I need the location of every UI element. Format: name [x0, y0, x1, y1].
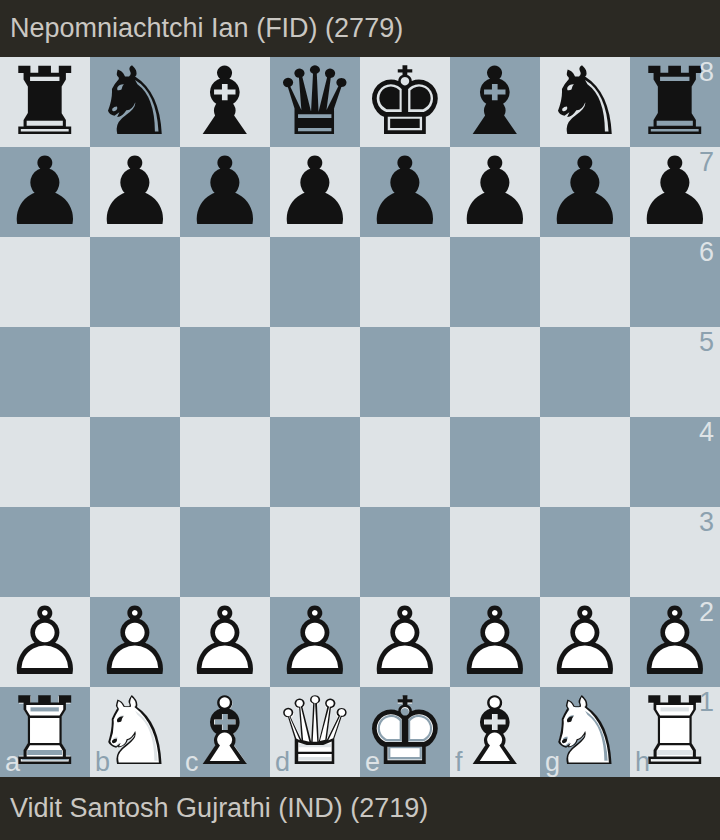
square-c8[interactable]: ♝ [180, 57, 270, 147]
square-b4[interactable] [90, 417, 180, 507]
piece-black-knight: ♞ [90, 57, 180, 147]
square-d8[interactable]: ♛ [270, 57, 360, 147]
rank-label-2: 2 [699, 599, 714, 626]
square-f3[interactable] [450, 507, 540, 597]
square-e2[interactable]: ♟♙ [360, 597, 450, 687]
square-e8[interactable]: ♚ [360, 57, 450, 147]
square-b1[interactable]: ♞♘b [90, 687, 180, 777]
piece-black-pawn: ♟ [360, 147, 450, 237]
square-a8[interactable]: ♜ [0, 57, 90, 147]
square-a2[interactable]: ♟♙ [0, 597, 90, 687]
player-top-label: Nepomniachtchi Ian (FID) (2779) [0, 13, 403, 44]
piece-white-bishop: ♝♗ [450, 687, 540, 777]
square-g2[interactable]: ♟♙ [540, 597, 630, 687]
square-g6[interactable] [540, 237, 630, 327]
square-a1[interactable]: ♜♖a [0, 687, 90, 777]
square-h3[interactable]: 3 [630, 507, 720, 597]
square-c3[interactable] [180, 507, 270, 597]
piece-black-pawn: ♟ [450, 147, 540, 237]
square-h2[interactable]: ♟♙2 [630, 597, 720, 687]
rank-label-6: 6 [699, 239, 714, 266]
square-f6[interactable] [450, 237, 540, 327]
square-h6[interactable]: 6 [630, 237, 720, 327]
square-e1[interactable]: ♚♔e [360, 687, 450, 777]
piece-white-pawn: ♟♙ [540, 597, 630, 687]
square-f1[interactable]: ♝♗f [450, 687, 540, 777]
chess-board: ♜♞♝♛♚♝♞♜8♟♟♟♟♟♟♟♟76543♟♙♟♙♟♙♟♙♟♙♟♙♟♙♟♙2♜… [0, 57, 720, 777]
square-d4[interactable] [270, 417, 360, 507]
square-c4[interactable] [180, 417, 270, 507]
rank-label-8: 8 [699, 59, 714, 86]
piece-black-knight: ♞ [540, 57, 630, 147]
file-label-e: e [365, 749, 380, 776]
square-f5[interactable] [450, 327, 540, 417]
square-b2[interactable]: ♟♙ [90, 597, 180, 687]
square-f7[interactable]: ♟ [450, 147, 540, 237]
square-g1[interactable]: ♞♘g [540, 687, 630, 777]
square-d7[interactable]: ♟ [270, 147, 360, 237]
piece-black-pawn: ♟ [540, 147, 630, 237]
rank-label-4: 4 [699, 419, 714, 446]
square-h1[interactable]: ♜♖1h [630, 687, 720, 777]
rank-label-5: 5 [699, 329, 714, 356]
square-b6[interactable] [90, 237, 180, 327]
piece-black-pawn: ♟ [180, 147, 270, 237]
piece-black-queen: ♛ [270, 57, 360, 147]
square-e3[interactable] [360, 507, 450, 597]
chess-tv-app: Nepomniachtchi Ian (FID) (2779) ♜♞♝♛♚♝♞♜… [0, 0, 720, 840]
piece-black-bishop: ♝ [180, 57, 270, 147]
file-label-c: c [185, 749, 199, 776]
square-b5[interactable] [90, 327, 180, 417]
square-a7[interactable]: ♟ [0, 147, 90, 237]
square-h8[interactable]: ♜8 [630, 57, 720, 147]
square-f4[interactable] [450, 417, 540, 507]
square-f2[interactable]: ♟♙ [450, 597, 540, 687]
square-g7[interactable]: ♟ [540, 147, 630, 237]
square-d5[interactable] [270, 327, 360, 417]
square-e4[interactable] [360, 417, 450, 507]
rank-label-1: 1 [699, 689, 714, 716]
square-c7[interactable]: ♟ [180, 147, 270, 237]
file-label-h: h [635, 749, 650, 776]
square-d3[interactable] [270, 507, 360, 597]
square-c5[interactable] [180, 327, 270, 417]
square-h7[interactable]: ♟7 [630, 147, 720, 237]
rank-label-3: 3 [699, 509, 714, 536]
file-label-b: b [95, 749, 110, 776]
square-d6[interactable] [270, 237, 360, 327]
square-b3[interactable] [90, 507, 180, 597]
file-label-a: a [5, 749, 20, 776]
player-bar-bottom: Vidit Santosh Gujrathi (IND) (2719) [0, 777, 720, 840]
piece-white-pawn: ♟♙ [270, 597, 360, 687]
square-e6[interactable] [360, 237, 450, 327]
square-b8[interactable]: ♞ [90, 57, 180, 147]
square-c6[interactable] [180, 237, 270, 327]
player-bottom-label: Vidit Santosh Gujrathi (IND) (2719) [0, 793, 428, 824]
square-h5[interactable]: 5 [630, 327, 720, 417]
square-g5[interactable] [540, 327, 630, 417]
square-d2[interactable]: ♟♙ [270, 597, 360, 687]
square-e5[interactable] [360, 327, 450, 417]
rank-label-7: 7 [699, 149, 714, 176]
piece-black-king: ♚ [360, 57, 450, 147]
piece-white-pawn: ♟♙ [180, 597, 270, 687]
square-a6[interactable] [0, 237, 90, 327]
file-label-f: f [455, 749, 463, 776]
square-c2[interactable]: ♟♙ [180, 597, 270, 687]
player-bar-top: Nepomniachtchi Ian (FID) (2779) [0, 0, 720, 57]
square-g8[interactable]: ♞ [540, 57, 630, 147]
square-d1[interactable]: ♛♕d [270, 687, 360, 777]
square-b7[interactable]: ♟ [90, 147, 180, 237]
square-g3[interactable] [540, 507, 630, 597]
piece-black-pawn: ♟ [90, 147, 180, 237]
piece-black-bishop: ♝ [450, 57, 540, 147]
piece-white-pawn: ♟♙ [360, 597, 450, 687]
square-a4[interactable] [0, 417, 90, 507]
piece-black-pawn: ♟ [270, 147, 360, 237]
square-h4[interactable]: 4 [630, 417, 720, 507]
square-a3[interactable] [0, 507, 90, 597]
piece-black-rook: ♜ [0, 57, 90, 147]
square-g4[interactable] [540, 417, 630, 507]
square-f8[interactable]: ♝ [450, 57, 540, 147]
piece-white-pawn: ♟♙ [450, 597, 540, 687]
square-c1[interactable]: ♝♗c [180, 687, 270, 777]
square-e7[interactable]: ♟ [360, 147, 450, 237]
piece-white-pawn: ♟♙ [0, 597, 90, 687]
square-a5[interactable] [0, 327, 90, 417]
piece-black-pawn: ♟ [0, 147, 90, 237]
piece-white-pawn: ♟♙ [90, 597, 180, 687]
file-label-g: g [545, 749, 560, 776]
file-label-d: d [275, 749, 290, 776]
